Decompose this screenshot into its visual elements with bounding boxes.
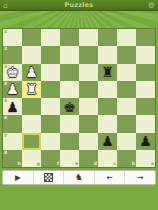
white-pawn[interactable]: ♟ (25, 65, 38, 79)
square-f3[interactable] (41, 64, 60, 81)
square-a3[interactable] (136, 64, 155, 81)
rank-label-2: 2 (4, 47, 7, 52)
black-pawn[interactable]: ♟ (6, 100, 19, 114)
black-pawn[interactable]: ♟ (139, 134, 152, 148)
square-b8[interactable]: b (117, 150, 136, 167)
rank-label-7: 7 (4, 134, 7, 139)
square-a2[interactable] (136, 46, 155, 63)
square-d3[interactable] (79, 64, 98, 81)
file-label-h: h (18, 162, 21, 167)
square-e4[interactable] (60, 81, 79, 98)
square-g5[interactable] (22, 98, 41, 115)
square-d6[interactable] (79, 115, 98, 132)
square-g4[interactable]: ♜ (22, 81, 41, 98)
rank-label-5: 5 (4, 99, 7, 104)
square-c3[interactable]: ♜ (98, 64, 117, 81)
square-e8[interactable]: e (60, 150, 79, 167)
square-d4[interactable] (79, 81, 98, 98)
square-h3[interactable]: 3♚ (3, 64, 22, 81)
rank-label-6: 6 (4, 116, 7, 121)
square-f4[interactable] (41, 81, 60, 98)
puzzle-toolbar: ▶ ♞ ← → (2, 170, 156, 185)
square-b2[interactable] (117, 46, 136, 63)
square-f8[interactable]: f (41, 150, 60, 167)
black-pawn[interactable]: ♟ (101, 134, 114, 148)
square-e6[interactable] (60, 115, 79, 132)
square-h4[interactable]: 4♟ (3, 81, 22, 98)
square-h2[interactable]: 2 (3, 46, 22, 63)
square-h5[interactable]: 5♟ (3, 98, 22, 115)
square-a1[interactable] (136, 29, 155, 46)
rank-label-8: 8 (4, 151, 7, 156)
square-d1[interactable] (79, 29, 98, 46)
file-label-f: f (57, 162, 59, 167)
home-icon[interactable]: ⌂ (3, 1, 7, 11)
square-d2[interactable] (79, 46, 98, 63)
chess-board: 123♚♟♜4♟♜5♟♚67♟♟8hgfedcba (2, 28, 156, 168)
square-d5[interactable] (79, 98, 98, 115)
square-f7[interactable] (41, 133, 60, 150)
square-g1[interactable] (22, 29, 41, 46)
square-c5[interactable] (98, 98, 117, 115)
square-e3[interactable] (60, 64, 79, 81)
file-label-c: c (113, 162, 116, 167)
settings-gear-icon[interactable]: ⚙ (148, 1, 155, 11)
arrow-right-icon: → (137, 174, 143, 182)
square-f2[interactable] (41, 46, 60, 63)
title-bar: ⌂ Puzzles ⚙ (0, 0, 158, 11)
play-icon: ▶ (15, 174, 21, 182)
square-f1[interactable] (41, 29, 60, 46)
square-a6[interactable] (136, 115, 155, 132)
square-b4[interactable] (117, 81, 136, 98)
checkerboard-icon (44, 173, 53, 182)
square-a5[interactable] (136, 98, 155, 115)
square-c6[interactable] (98, 115, 117, 132)
file-label-d: d (94, 162, 97, 167)
black-rook[interactable]: ♜ (101, 65, 114, 79)
square-f5[interactable] (41, 98, 60, 115)
file-label-b: b (132, 162, 135, 167)
play-button[interactable]: ▶ (3, 171, 34, 184)
square-d7[interactable] (79, 133, 98, 150)
knight-icon: ♞ (75, 173, 83, 182)
square-e2[interactable] (60, 46, 79, 63)
back-button[interactable]: ← (95, 171, 126, 184)
rank-label-4: 4 (4, 82, 7, 87)
file-label-a: a (151, 162, 154, 167)
square-g7[interactable] (22, 133, 41, 150)
square-b3[interactable] (117, 64, 136, 81)
square-h8[interactable]: 8h (3, 150, 22, 167)
square-g3[interactable]: ♟ (22, 64, 41, 81)
square-d8[interactable]: d (79, 150, 98, 167)
square-c1[interactable] (98, 29, 117, 46)
square-b1[interactable] (117, 29, 136, 46)
square-g2[interactable] (22, 46, 41, 63)
square-c4[interactable] (98, 81, 117, 98)
file-label-e: e (75, 162, 78, 167)
square-f6[interactable] (41, 115, 60, 132)
square-h7[interactable]: 7 (3, 133, 22, 150)
square-e1[interactable] (60, 29, 79, 46)
square-c8[interactable]: c (98, 150, 117, 167)
file-label-g: g (37, 162, 40, 167)
square-a8[interactable]: a (136, 150, 155, 167)
analysis-board-button[interactable] (34, 171, 65, 184)
white-rook[interactable]: ♜ (25, 82, 38, 96)
sunburst-background (0, 11, 158, 28)
white-king[interactable]: ♚ (6, 65, 19, 79)
square-c7[interactable]: ♟ (98, 133, 117, 150)
arrow-left-icon: ← (106, 174, 112, 182)
square-a4[interactable] (136, 81, 155, 98)
square-h6[interactable]: 6 (3, 115, 22, 132)
square-e7[interactable] (60, 133, 79, 150)
square-b6[interactable] (117, 115, 136, 132)
square-b5[interactable] (117, 98, 136, 115)
square-g6[interactable] (22, 115, 41, 132)
forward-button[interactable]: → (125, 171, 155, 184)
hint-button[interactable]: ♞ (64, 171, 95, 184)
black-king[interactable]: ♚ (63, 100, 76, 114)
rank-label-1: 1 (4, 30, 7, 35)
square-a7[interactable]: ♟ (136, 133, 155, 150)
square-g8[interactable]: g (22, 150, 41, 167)
square-c2[interactable] (98, 46, 117, 63)
white-pawn[interactable]: ♟ (6, 82, 19, 96)
square-b7[interactable] (117, 133, 136, 150)
square-h1[interactable]: 1 (3, 29, 22, 46)
square-e5[interactable]: ♚ (60, 98, 79, 115)
page-title: Puzzles (65, 1, 94, 9)
rank-label-3: 3 (4, 65, 7, 70)
